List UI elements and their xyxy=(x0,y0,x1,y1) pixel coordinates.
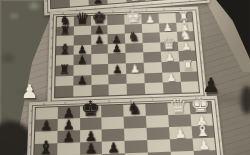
square-middle-r4c4: ♟ xyxy=(108,43,126,53)
square-top-r8c1 xyxy=(51,0,70,8)
square-middle-r6c5: ♟ xyxy=(126,63,144,74)
coord-file-label: d xyxy=(108,100,110,103)
coord-file-label: c xyxy=(95,11,97,14)
square-bottom-r4c6 xyxy=(147,139,170,152)
square-middle-r4c6 xyxy=(143,42,161,52)
coord-file-label: a xyxy=(43,103,45,106)
coord-rank-label: 1 xyxy=(30,110,32,113)
coord-rank-label: 6 xyxy=(200,62,202,65)
piece-white-queen: ♛ xyxy=(169,97,189,116)
square-bottom-r3c1 xyxy=(35,131,58,144)
square-bottom-r5c6 xyxy=(148,152,172,155)
square-middle-r8c8 xyxy=(180,81,199,92)
coord-rank-label: 4 xyxy=(198,42,200,45)
square-bottom-r2c7 xyxy=(168,114,191,127)
square-bottom-r2c6 xyxy=(146,115,169,128)
square-middle-r5c3 xyxy=(91,54,109,65)
square-bottom-r1c3: ♚ xyxy=(80,106,102,119)
coord-file-label: d xyxy=(112,10,114,13)
square-bottom-r3c8: ♝ xyxy=(191,126,215,139)
coord-rank-label: 3 xyxy=(197,32,199,35)
chess-board-middle: ♞♛♚♚♟♜♜♟♟♝♟♟♞♞♝♟♟♛♟♟♟♜♟♟♜♟♟aabbccddeeffg… xyxy=(47,6,207,105)
coord-rank-label: 2 xyxy=(30,121,32,124)
square-bottom-r1c8: ♚ xyxy=(189,102,212,115)
coord-rank-label: 7 xyxy=(50,77,52,80)
piece-white-pawn: ♟ xyxy=(130,0,141,3)
square-middle-r4c3 xyxy=(91,44,108,54)
coord-rank-label: 4 xyxy=(29,146,31,149)
shadow-patch-right xyxy=(241,86,250,114)
square-bottom-r3c4 xyxy=(102,129,125,142)
square-middle-r6c7 xyxy=(161,61,179,72)
square-bottom-r3c2: ♟ xyxy=(57,130,79,143)
coord-file-label: b xyxy=(79,11,81,14)
coord-rank-label: 3 xyxy=(51,37,53,40)
square-middle-r3c7 xyxy=(159,32,177,42)
square-middle-r6c8: ♜ xyxy=(179,61,198,72)
square-middle-r6c4: ♟ xyxy=(109,63,127,74)
square-middle-r5c8 xyxy=(178,51,196,62)
coord-file-label: a xyxy=(62,12,64,15)
piece-black-pawn: ♟ xyxy=(85,142,98,155)
coord-rank-label: 8 xyxy=(49,87,51,90)
square-top-r8c6: ♟ xyxy=(144,0,164,1)
square-middle-r7c2: ♟ xyxy=(73,75,91,86)
square-middle-r5c5 xyxy=(126,53,144,64)
square-bottom-r3c6 xyxy=(146,127,169,140)
square-middle-r7c4 xyxy=(109,73,127,84)
square-middle-r7c5 xyxy=(126,73,144,84)
piece-black-pawn: ♟ xyxy=(93,0,103,6)
square-bottom-r5c4 xyxy=(102,153,125,155)
square-bottom-r3c5 xyxy=(124,128,147,141)
square-middle-r7c8 xyxy=(180,71,199,82)
square-middle-r5c1 xyxy=(56,55,74,66)
square-middle-r6c1: ♜ xyxy=(56,65,74,76)
coord-rank-label: 2 xyxy=(196,22,198,25)
coord-rank-label: 2 xyxy=(51,28,53,31)
coord-file-label: f xyxy=(146,9,147,12)
square-middle-r5c7: ♟ xyxy=(161,51,179,62)
coord-rank-label: 5 xyxy=(199,52,201,55)
square-middle-r3c1 xyxy=(56,36,73,46)
square-bottom-r4c5 xyxy=(125,140,148,153)
coord-file-label: f xyxy=(151,3,152,6)
square-middle-r6c3 xyxy=(91,64,109,75)
coord-file-label: e xyxy=(132,5,134,8)
coord-rank-label: 5 xyxy=(50,57,52,60)
square-bottom-r4c8: ♟ xyxy=(192,138,216,151)
square-middle-r8c5 xyxy=(127,83,145,94)
coord-rank-label: 3 xyxy=(217,127,219,130)
square-middle-r8c3 xyxy=(91,84,109,95)
piece-white-king: ♚ xyxy=(190,95,211,116)
square-bottom-r1c6 xyxy=(145,103,168,116)
square-middle-r3c3: ♟ xyxy=(91,34,108,44)
square-middle-r6c2 xyxy=(73,65,91,76)
coord-file-label: h xyxy=(195,97,197,100)
square-bottom-r1c5: ♞ xyxy=(123,104,145,117)
square-middle-r3c4: ♟ xyxy=(108,34,125,44)
coord-file-label: g xyxy=(173,98,175,101)
bottom-board-grid: ♟♚♞♛♚♟♟♟♟♟♟♝♝♟♟♟ xyxy=(32,101,223,155)
coord-file-label: g xyxy=(163,9,165,12)
coord-file-label: b xyxy=(64,102,66,105)
square-middle-r7c1 xyxy=(55,75,73,86)
square-middle-r7c7: ♟ xyxy=(162,72,181,83)
square-middle-r8c2 xyxy=(73,85,91,96)
square-bottom-r3c3: ♟ xyxy=(80,129,103,142)
square-bottom-r1c1 xyxy=(35,107,57,120)
coord-file-label: g xyxy=(170,2,172,5)
square-bottom-r5c8 xyxy=(193,150,217,155)
square-middle-r5c2: ♟ xyxy=(73,54,91,65)
square-bottom-r3c7: ♟ xyxy=(169,126,192,139)
square-bottom-r2c1: ♟ xyxy=(35,119,57,132)
square-bottom-r1c4 xyxy=(102,105,124,118)
coord-rank-label: 1 xyxy=(196,13,198,16)
captured-black-pawn: ♟ xyxy=(202,75,220,95)
square-bottom-r5c3 xyxy=(80,154,103,155)
square-top-r8c3: ♟ xyxy=(88,0,107,5)
square-bottom-r1c2: ♟ xyxy=(58,106,80,119)
square-middle-r8c6 xyxy=(145,83,164,94)
coord-rank-label: 1 xyxy=(215,103,217,106)
square-bottom-r2c5 xyxy=(124,116,147,129)
square-middle-r4c1: ♝ xyxy=(56,45,74,55)
square-middle-r4c7: ♛ xyxy=(160,42,178,52)
bottom-board-paper: ♟♚♞♛♚♟♟♟♟♟♟♝♝♟♟♟aabbccddeeffgghh11223344… xyxy=(25,96,230,155)
square-middle-r6c6 xyxy=(144,62,162,73)
square-middle-r4c8: ♟ xyxy=(177,41,195,51)
square-bottom-r2c4 xyxy=(102,117,124,130)
captured-white-pawn: ♟ xyxy=(21,82,38,101)
square-middle-r4c5 xyxy=(125,43,143,53)
square-middle-r4c2: ♟ xyxy=(73,45,90,55)
coord-rank-label: 2 xyxy=(216,115,218,118)
square-middle-r7c3 xyxy=(91,74,109,85)
coord-rank-label: 1 xyxy=(51,18,53,21)
coord-file-label: h xyxy=(180,8,182,11)
coord-rank-label: 4 xyxy=(50,47,52,50)
square-bottom-r2c3 xyxy=(80,117,102,130)
square-middle-r3c5: ♞ xyxy=(125,33,143,43)
coord-file-label: f xyxy=(152,99,153,102)
piece-white-pawn: ♟ xyxy=(149,0,160,1)
square-bottom-r1c7: ♛ xyxy=(167,103,190,116)
coord-rank-label: 3 xyxy=(29,133,31,136)
square-bottom-r2c8: ♟ xyxy=(190,114,213,127)
square-middle-r8c1 xyxy=(55,86,73,97)
coord-file-label: e xyxy=(130,100,132,103)
square-middle-r5c6 xyxy=(143,52,161,63)
middle-board-grid: ♞♛♚♚♟♜♜♟♟♝♟♟♞♞♝♟♟♛♟♟♟♜♟♟♜♟♟ xyxy=(54,11,201,98)
square-middle-r8c4 xyxy=(109,84,127,95)
square-bottom-r2c2: ♟ xyxy=(57,118,79,131)
piece-black-king: ♚ xyxy=(81,98,101,119)
square-bottom-r5c5 xyxy=(125,153,148,155)
photo-stage: ♟♟♟♟♜aabbccddeeffgghh1122334455667788 ♞♛… xyxy=(0,0,250,155)
coord-rank-label: 6 xyxy=(50,67,52,70)
square-middle-r8c7 xyxy=(163,82,182,93)
square-middle-r3c2 xyxy=(74,35,91,45)
coord-file-label: c xyxy=(86,101,88,104)
square-bottom-r4c7 xyxy=(170,138,194,151)
square-bottom-r5c7 xyxy=(170,151,194,155)
coord-rank-label: 4 xyxy=(218,139,220,142)
square-top-r8c4 xyxy=(107,0,126,4)
chess-board-bottom: ♟♚♞♛♚♟♟♟♟♟♟♝♝♟♟♟aabbccddeeffgghh11223344… xyxy=(25,96,230,155)
square-middle-r3c8: ♞ xyxy=(176,31,194,41)
square-bottom-r4c2 xyxy=(57,142,80,155)
square-bottom-r4c3: ♟ xyxy=(80,142,103,155)
square-bottom-r4c4: ♟ xyxy=(102,141,125,154)
square-middle-r7c6 xyxy=(144,72,162,83)
square-bottom-r4c1: ♝ xyxy=(34,143,57,155)
square-middle-r5c4 xyxy=(108,53,126,64)
square-top-r8c2 xyxy=(70,0,89,7)
coord-rank-label: 5 xyxy=(220,152,222,155)
middle-board-paper: ♞♛♚♚♟♜♜♟♟♝♟♟♞♞♝♟♟♛♟♟♟♜♟♟♜♟♟aabbccddeeffg… xyxy=(47,6,207,105)
coord-file-label: e xyxy=(129,10,131,13)
coord-file-label: h xyxy=(189,0,191,3)
square-top-r8c5: ♟ xyxy=(126,0,146,2)
coord-rank-label: 8 xyxy=(46,0,48,3)
